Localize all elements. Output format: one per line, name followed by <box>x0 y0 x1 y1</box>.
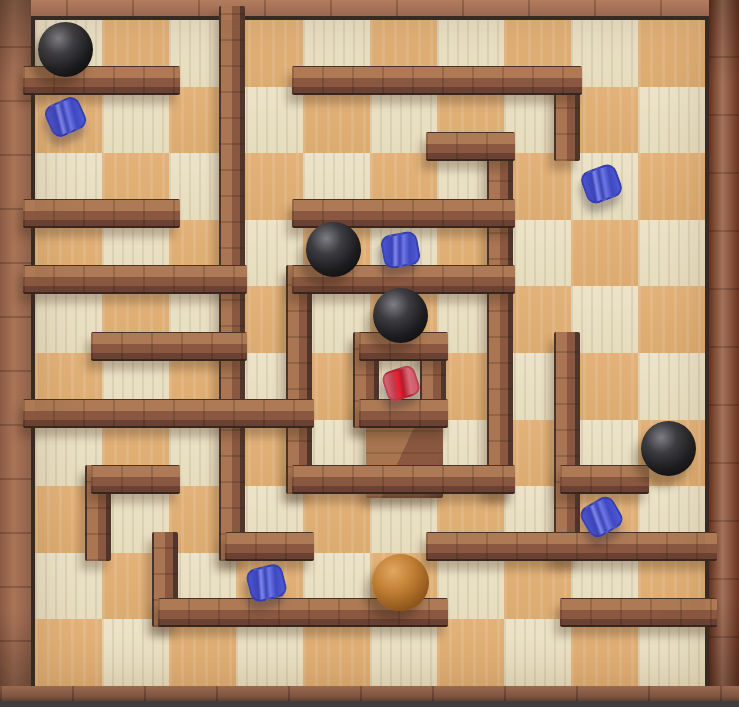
black-marble[interactable] <box>306 222 361 277</box>
floor-cell <box>571 286 638 353</box>
floor-cell <box>638 20 705 87</box>
floor-cell <box>571 220 638 287</box>
maze-wall-horizontal <box>426 532 717 561</box>
maze-wall-horizontal <box>560 465 649 494</box>
floor-cell <box>638 220 705 287</box>
maze-play-area[interactable] <box>31 16 709 690</box>
board-frame-left <box>0 0 31 696</box>
floor-cell <box>303 87 370 154</box>
maze-wall-horizontal <box>91 465 180 494</box>
floor-cell <box>571 353 638 420</box>
floor-cell <box>638 353 705 420</box>
maze-wall-horizontal <box>292 465 515 494</box>
floor-cell <box>236 87 303 154</box>
maze-wall-horizontal <box>560 598 717 627</box>
board-frame-top <box>0 0 739 16</box>
maze-wall-horizontal <box>359 399 448 428</box>
maze-wall-horizontal <box>292 66 582 95</box>
floor-cell <box>638 286 705 353</box>
floor-cell <box>638 619 705 686</box>
maze-wall-vertical <box>286 265 312 494</box>
floor-cell <box>571 619 638 686</box>
maze-wall-horizontal <box>23 399 314 428</box>
black-marble[interactable] <box>373 288 428 343</box>
floor-cell <box>303 619 370 686</box>
floor-cell <box>571 87 638 154</box>
brown-marble[interactable] <box>372 554 429 611</box>
board-frame-bottom <box>0 686 739 701</box>
floor-cell <box>437 619 504 686</box>
maze-wall-horizontal <box>23 265 247 294</box>
floor-cell <box>35 553 102 620</box>
maze-wall-horizontal <box>23 199 180 228</box>
maze-wall-vertical <box>554 332 580 561</box>
floor-cell <box>504 619 571 686</box>
floor-cell <box>169 619 236 686</box>
maze-game-screen <box>0 0 739 707</box>
floor-cell <box>638 153 705 220</box>
maze-wall-vertical <box>487 132 513 494</box>
maze-wall-horizontal <box>225 532 314 561</box>
board-frame-right <box>709 0 739 696</box>
floor-cell <box>370 619 437 686</box>
black-marble[interactable] <box>38 22 93 77</box>
floor-cell <box>35 619 102 686</box>
floor-cell <box>102 619 169 686</box>
maze-wall-horizontal <box>91 332 247 361</box>
maze-wall-horizontal <box>426 132 515 161</box>
floor-cell <box>236 619 303 686</box>
floor-cell <box>638 87 705 154</box>
floor-cell <box>102 87 169 154</box>
